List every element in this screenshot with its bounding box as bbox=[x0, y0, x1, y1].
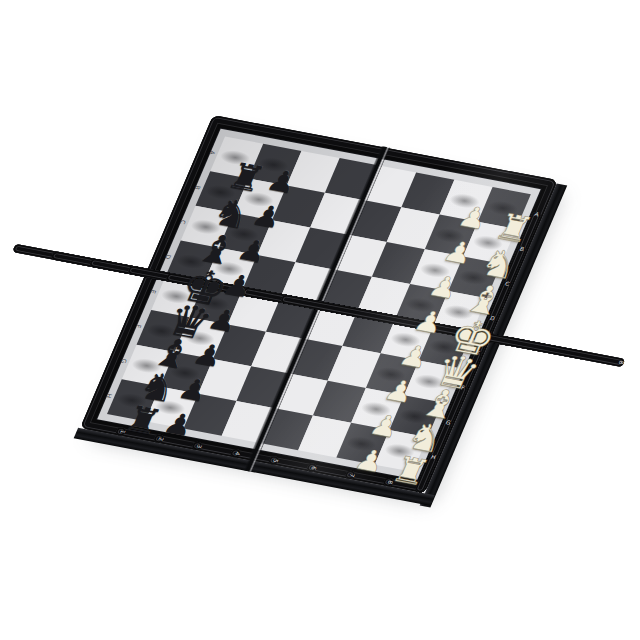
product-photo-stage: AABBCCDDEEFFGGHH1122334455667788 ♜♞♝♚♛♝♞… bbox=[0, 0, 640, 640]
chess-board: AABBCCDDEEFFGGHH1122334455667788 ♜♞♝♚♛♝♞… bbox=[80, 115, 558, 493]
pieces-layer: ♜♞♝♚♛♝♞♜♟♟♟♟♟♟♟♟♟♟♟♟♟♟♟♟♜♞♝♚♛♝♞♜ bbox=[80, 115, 558, 493]
